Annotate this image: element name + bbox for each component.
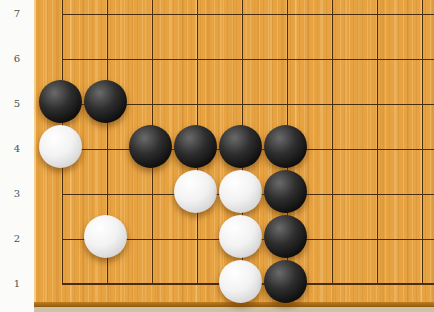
board-intersection[interactable] xyxy=(130,262,175,307)
board-intersection[interactable] xyxy=(220,82,265,127)
board-intersection[interactable] xyxy=(130,0,175,37)
black-stone xyxy=(129,125,172,168)
board-intersection[interactable] xyxy=(85,0,130,37)
board-intersection[interactable] xyxy=(355,37,400,82)
board-intersection[interactable] xyxy=(265,37,310,82)
board-intersection[interactable] xyxy=(400,37,434,82)
board-intersection[interactable] xyxy=(355,217,400,262)
board-intersection[interactable] xyxy=(355,172,400,217)
board-intersection[interactable] xyxy=(130,82,175,127)
row-label: 2 xyxy=(0,232,34,246)
board-intersection[interactable] xyxy=(85,172,130,217)
board-intersection[interactable] xyxy=(265,82,310,127)
black-stone xyxy=(264,125,307,168)
board-intersection[interactable] xyxy=(175,0,220,37)
board-intersection[interactable] xyxy=(355,262,400,307)
board-intersection[interactable] xyxy=(400,217,434,262)
board-intersection[interactable] xyxy=(220,37,265,82)
black-stone xyxy=(264,260,307,303)
board-intersection[interactable] xyxy=(400,262,434,307)
black-stone xyxy=(84,80,127,123)
board-intersection[interactable] xyxy=(310,37,355,82)
board-intersection[interactable] xyxy=(220,0,265,37)
row-label: 3 xyxy=(0,187,34,201)
board-intersection[interactable] xyxy=(130,217,175,262)
board-intersection[interactable] xyxy=(85,37,130,82)
board-intersection[interactable] xyxy=(355,127,400,172)
board-intersection[interactable] xyxy=(310,82,355,127)
board-intersection[interactable] xyxy=(85,262,130,307)
board-intersection[interactable] xyxy=(355,82,400,127)
board-intersection[interactable] xyxy=(175,37,220,82)
white-stone xyxy=(219,170,262,213)
go-board-screen: 7654321 xyxy=(0,0,434,312)
board-intersection[interactable] xyxy=(40,0,85,37)
black-stone xyxy=(39,80,82,123)
board-intersection[interactable] xyxy=(130,37,175,82)
board-intersection[interactable] xyxy=(130,172,175,217)
white-stone xyxy=(84,215,127,258)
board-intersection[interactable] xyxy=(310,127,355,172)
row-label: 4 xyxy=(0,142,34,156)
row-label: 1 xyxy=(0,277,34,291)
black-stone xyxy=(264,215,307,258)
board-intersection[interactable] xyxy=(40,217,85,262)
board-intersection[interactable] xyxy=(310,262,355,307)
black-stone xyxy=(219,125,262,168)
board-intersection[interactable] xyxy=(175,82,220,127)
white-stone xyxy=(174,170,217,213)
white-stone xyxy=(219,215,262,258)
board-intersection[interactable] xyxy=(400,0,434,37)
board-intersection[interactable] xyxy=(400,127,434,172)
board-intersection[interactable] xyxy=(265,0,310,37)
board-intersection[interactable] xyxy=(40,172,85,217)
white-stone xyxy=(39,125,82,168)
board-intersection[interactable] xyxy=(400,82,434,127)
board-intersection[interactable] xyxy=(310,0,355,37)
board-intersection[interactable] xyxy=(355,0,400,37)
row-label: 5 xyxy=(0,97,34,111)
row-label: 7 xyxy=(0,7,34,21)
white-stone xyxy=(219,260,262,303)
black-stone xyxy=(264,170,307,213)
board-intersection[interactable] xyxy=(310,217,355,262)
board-intersection[interactable] xyxy=(175,262,220,307)
row-coordinates: 7654321 xyxy=(0,0,34,312)
board-intersection[interactable] xyxy=(85,127,130,172)
goban-side-band xyxy=(34,307,434,312)
row-label: 6 xyxy=(0,52,34,66)
board-intersection[interactable] xyxy=(400,172,434,217)
black-stone xyxy=(174,125,217,168)
board-intersection[interactable] xyxy=(175,217,220,262)
board-intersection[interactable] xyxy=(40,262,85,307)
board-intersection[interactable] xyxy=(310,172,355,217)
board-intersection[interactable] xyxy=(40,37,85,82)
